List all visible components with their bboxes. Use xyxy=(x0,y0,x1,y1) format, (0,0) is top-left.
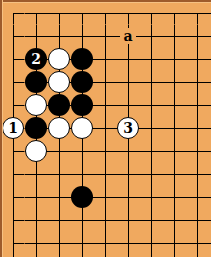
cell-c1-r11 xyxy=(2,232,25,257)
cell-c1-r9 xyxy=(2,186,25,209)
cell-c3-r5 xyxy=(48,94,71,117)
cell-c3-r3 xyxy=(48,48,71,71)
black-stone xyxy=(25,117,47,139)
cell-c5-r7 xyxy=(94,140,117,163)
cell-c9-r6 xyxy=(186,117,212,140)
cell-c6-r3 xyxy=(117,48,140,71)
cell-c4-r2 xyxy=(71,25,94,48)
cell-c6-r6: 3 xyxy=(117,117,140,140)
cell-c5-r1 xyxy=(94,2,117,25)
cell-c9-r4 xyxy=(186,71,212,94)
cell-c9-r8 xyxy=(186,163,212,186)
cell-c8-r9 xyxy=(163,186,186,209)
cell-c6-r1 xyxy=(117,2,140,25)
cell-c9-r10 xyxy=(186,209,212,232)
cell-c6-r11 xyxy=(117,232,140,257)
cell-c6-r10 xyxy=(117,209,140,232)
cell-c2-r11 xyxy=(25,232,48,257)
cell-c2-r2 xyxy=(25,25,48,48)
cell-c7-r3 xyxy=(140,48,163,71)
cell-c9-r11 xyxy=(186,232,212,257)
cell-c6-r5 xyxy=(117,94,140,117)
cell-c6-r7 xyxy=(117,140,140,163)
cell-c4-r1 xyxy=(71,2,94,25)
cell-c6-r9 xyxy=(117,186,140,209)
cell-c1-r7 xyxy=(2,140,25,163)
cell-c7-r8 xyxy=(140,163,163,186)
cell-c7-r1 xyxy=(140,2,163,25)
black-stone xyxy=(71,48,93,70)
cell-c9-r2 xyxy=(186,25,212,48)
cell-c2-r3: 2 xyxy=(25,48,48,71)
cell-c4-r9 xyxy=(71,186,94,209)
cell-c9-r9 xyxy=(186,186,212,209)
cell-c3-r7 xyxy=(48,140,71,163)
cell-c8-r1 xyxy=(163,2,186,25)
white-stone-move-1: 1 xyxy=(2,117,24,139)
cell-c7-r4 xyxy=(140,71,163,94)
white-stone xyxy=(25,94,47,116)
cell-c6-r4 xyxy=(117,71,140,94)
cell-c8-r10 xyxy=(163,209,186,232)
cell-c7-r9 xyxy=(140,186,163,209)
cell-c5-r5 xyxy=(94,94,117,117)
white-stone xyxy=(48,48,70,70)
cell-c8-r6 xyxy=(163,117,186,140)
cell-c8-r7 xyxy=(163,140,186,163)
cell-c3-r11 xyxy=(48,232,71,257)
white-stone xyxy=(48,71,70,93)
cell-c4-r7 xyxy=(71,140,94,163)
cell-c5-r8 xyxy=(94,163,117,186)
cell-c4-r10 xyxy=(71,209,94,232)
cell-c9-r1 xyxy=(186,2,212,25)
cell-c4-r11 xyxy=(71,232,94,257)
cell-c2-r10 xyxy=(25,209,48,232)
cell-c7-r11 xyxy=(140,232,163,257)
cell-c3-r9 xyxy=(48,186,71,209)
cell-c2-r1 xyxy=(25,2,48,25)
white-stone-move-3: 3 xyxy=(117,117,139,139)
cell-c3-r10 xyxy=(48,209,71,232)
cell-c5-r2 xyxy=(94,25,117,48)
cell-c1-r2 xyxy=(2,25,25,48)
cell-c1-r3 xyxy=(2,48,25,71)
cell-c7-r7 xyxy=(140,140,163,163)
cell-c3-r4 xyxy=(48,71,71,94)
cell-c2-r9 xyxy=(25,186,48,209)
cell-c4-r8 xyxy=(71,163,94,186)
cell-c1-r5 xyxy=(2,94,25,117)
cell-c4-r4 xyxy=(71,71,94,94)
cell-c1-r10 xyxy=(2,209,25,232)
cell-c2-r8 xyxy=(25,163,48,186)
cell-c1-r8 xyxy=(2,163,25,186)
cell-c7-r5 xyxy=(140,94,163,117)
cell-c8-r4 xyxy=(163,71,186,94)
cell-c4-r6 xyxy=(71,117,94,140)
cell-c5-r10 xyxy=(94,209,117,232)
cell-c4-r5 xyxy=(71,94,94,117)
cell-c4-r3 xyxy=(71,48,94,71)
cell-c3-r2 xyxy=(48,25,71,48)
cell-c7-r2 xyxy=(140,25,163,48)
board-frame-top-light xyxy=(0,2,211,3)
board-grid: a213 xyxy=(2,2,212,257)
cell-c3-r6 xyxy=(48,117,71,140)
cell-c5-r6 xyxy=(94,117,117,140)
black-stone-move-2: 2 xyxy=(25,48,47,70)
cell-c1-r1 xyxy=(2,2,25,25)
black-stone xyxy=(71,94,93,116)
cell-c5-r3 xyxy=(94,48,117,71)
white-stone xyxy=(71,117,93,139)
white-stone xyxy=(48,117,70,139)
point-label-a: a xyxy=(120,28,136,44)
cell-c6-r8 xyxy=(117,163,140,186)
black-stone xyxy=(71,71,93,93)
cell-c3-r1 xyxy=(48,2,71,25)
cell-c1-r4 xyxy=(2,71,25,94)
cell-c8-r8 xyxy=(163,163,186,186)
cell-c8-r5 xyxy=(163,94,186,117)
board-frame-left-light xyxy=(2,0,3,257)
white-stone xyxy=(25,140,47,162)
cell-c6-r2: a xyxy=(117,25,140,48)
cell-c8-r2 xyxy=(163,25,186,48)
black-stone xyxy=(48,94,70,116)
cell-c1-r6: 1 xyxy=(2,117,25,140)
cell-c5-r11 xyxy=(94,232,117,257)
cell-c9-r7 xyxy=(186,140,212,163)
cell-c2-r5 xyxy=(25,94,48,117)
cell-c5-r4 xyxy=(94,71,117,94)
black-stone xyxy=(25,71,47,93)
cell-c8-r3 xyxy=(163,48,186,71)
go-board: a213 xyxy=(0,0,211,257)
cell-c9-r3 xyxy=(186,48,212,71)
cell-c3-r8 xyxy=(48,163,71,186)
cell-c5-r9 xyxy=(94,186,117,209)
cell-c7-r10 xyxy=(140,209,163,232)
cell-c2-r7 xyxy=(25,140,48,163)
cell-c8-r11 xyxy=(163,232,186,257)
black-stone xyxy=(71,186,93,208)
cell-c2-r6 xyxy=(25,117,48,140)
cell-c7-r6 xyxy=(140,117,163,140)
cell-c9-r5 xyxy=(186,94,212,117)
cell-c2-r4 xyxy=(25,71,48,94)
